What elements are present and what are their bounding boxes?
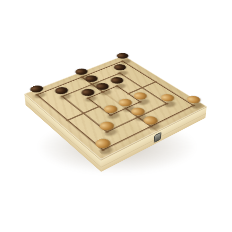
metal-clasp: [154, 133, 160, 142]
point-f2[interactable]: [153, 96, 180, 111]
product-photo-canvas: [0, 0, 232, 232]
point-b6[interactable]: [50, 89, 76, 103]
point-b2[interactable]: [93, 123, 121, 140]
light-piece[interactable]: [185, 94, 204, 104]
board-scene: [49, 35, 179, 165]
dark-piece[interactable]: [79, 87, 97, 97]
light-piece[interactable]: [97, 120, 117, 132]
